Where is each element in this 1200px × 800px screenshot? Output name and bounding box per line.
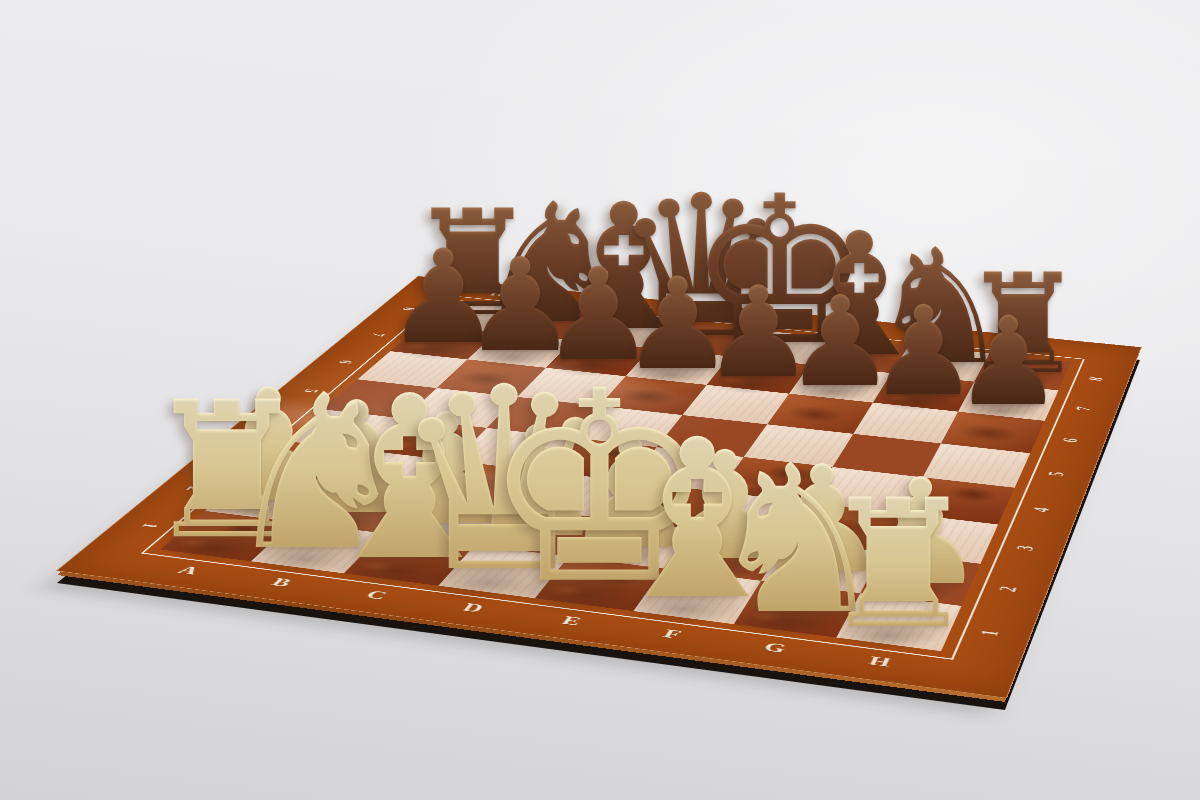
piece-white-rook-h1[interactable]: ♜	[819, 476, 978, 654]
pieces-layer: ♜♞♝♛♚♝♞♜♟♟♟♟♟♟♟♟♟♟♟♟♟♟♟♟♜♞♝♛♚♝♞♜	[0, 0, 1200, 800]
photo-scene: AA11BB22CC33DD44EE55FF66GG77HH88 ♜♞♝♛♚♝♞…	[0, 0, 1200, 800]
piece-black-pawn-h7[interactable]: ♟	[953, 300, 1063, 422]
